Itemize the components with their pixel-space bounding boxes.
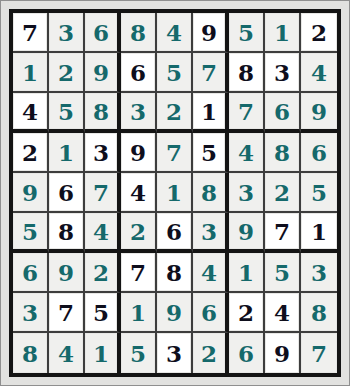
cell-r7c1[interactable]: 6 <box>13 253 49 293</box>
cell-r7c8[interactable]: 5 <box>265 253 301 293</box>
cell-r5c7[interactable]: 3 <box>229 173 265 213</box>
cell-r3c1[interactable]: 4 <box>13 93 49 133</box>
cell-r4c7[interactable]: 4 <box>229 133 265 173</box>
cell-r1c1[interactable]: 7 <box>13 13 49 53</box>
cell-r9c3[interactable]: 1 <box>85 333 121 373</box>
cell-r5c9[interactable]: 5 <box>301 173 337 213</box>
cell-r3c9[interactable]: 9 <box>301 93 337 133</box>
cell-r8c3[interactable]: 5 <box>85 293 121 333</box>
cell-r9c4[interactable]: 5 <box>121 333 157 373</box>
cell-r3c6[interactable]: 1 <box>193 93 229 133</box>
cell-r5c8[interactable]: 2 <box>265 173 301 213</box>
cell-r9c1[interactable]: 8 <box>13 333 49 373</box>
cell-r6c9[interactable]: 1 <box>301 213 337 253</box>
cell-r7c4[interactable]: 7 <box>121 253 157 293</box>
cell-r2c2[interactable]: 2 <box>49 53 85 93</box>
cell-r7c3[interactable]: 2 <box>85 253 121 293</box>
cell-r8c6[interactable]: 6 <box>193 293 229 333</box>
cell-r6c7[interactable]: 9 <box>229 213 265 253</box>
cell-r8c4[interactable]: 1 <box>121 293 157 333</box>
cell-r1c3[interactable]: 6 <box>85 13 121 53</box>
cell-r8c8[interactable]: 4 <box>265 293 301 333</box>
cell-r3c3[interactable]: 8 <box>85 93 121 133</box>
cell-r5c5[interactable]: 1 <box>157 173 193 213</box>
cell-r6c6[interactable]: 3 <box>193 213 229 253</box>
cell-r8c1[interactable]: 3 <box>13 293 49 333</box>
cell-r4c1[interactable]: 2 <box>13 133 49 173</box>
cell-r4c9[interactable]: 6 <box>301 133 337 173</box>
cell-r8c5[interactable]: 9 <box>157 293 193 333</box>
cell-r6c2[interactable]: 8 <box>49 213 85 253</box>
cell-r4c4[interactable]: 9 <box>121 133 157 173</box>
cell-r1c2[interactable]: 3 <box>49 13 85 53</box>
cell-r2c7[interactable]: 8 <box>229 53 265 93</box>
page-background: 7368495121296578344583217692139754869674… <box>0 0 350 386</box>
cell-r4c3[interactable]: 3 <box>85 133 121 173</box>
cell-r2c3[interactable]: 9 <box>85 53 121 93</box>
cell-r5c3[interactable]: 7 <box>85 173 121 213</box>
cell-r9c5[interactable]: 3 <box>157 333 193 373</box>
cell-r2c6[interactable]: 7 <box>193 53 229 93</box>
cell-r1c7[interactable]: 5 <box>229 13 265 53</box>
cell-r3c8[interactable]: 6 <box>265 93 301 133</box>
cell-r4c8[interactable]: 8 <box>265 133 301 173</box>
cell-r9c8[interactable]: 9 <box>265 333 301 373</box>
cell-r2c8[interactable]: 3 <box>265 53 301 93</box>
cell-r7c6[interactable]: 4 <box>193 253 229 293</box>
cell-r1c6[interactable]: 9 <box>193 13 229 53</box>
cell-r5c4[interactable]: 4 <box>121 173 157 213</box>
cell-r3c4[interactable]: 3 <box>121 93 157 133</box>
cell-r7c9[interactable]: 3 <box>301 253 337 293</box>
cell-r5c6[interactable]: 8 <box>193 173 229 213</box>
cell-r9c2[interactable]: 4 <box>49 333 85 373</box>
cell-r3c7[interactable]: 7 <box>229 93 265 133</box>
cell-r6c3[interactable]: 4 <box>85 213 121 253</box>
cell-r2c1[interactable]: 1 <box>13 53 49 93</box>
cell-r6c5[interactable]: 6 <box>157 213 193 253</box>
sudoku-board: 7368495121296578344583217692139754869674… <box>9 9 341 377</box>
cell-r4c2[interactable]: 1 <box>49 133 85 173</box>
cell-r7c7[interactable]: 1 <box>229 253 265 293</box>
cell-r2c9[interactable]: 4 <box>301 53 337 93</box>
cell-r3c2[interactable]: 5 <box>49 93 85 133</box>
cell-r1c4[interactable]: 8 <box>121 13 157 53</box>
cell-r3c5[interactable]: 2 <box>157 93 193 133</box>
cell-r8c7[interactable]: 2 <box>229 293 265 333</box>
cell-r2c4[interactable]: 6 <box>121 53 157 93</box>
cell-r2c5[interactable]: 5 <box>157 53 193 93</box>
cell-r6c1[interactable]: 5 <box>13 213 49 253</box>
cell-r1c5[interactable]: 4 <box>157 13 193 53</box>
cell-r7c2[interactable]: 9 <box>49 253 85 293</box>
cell-r4c5[interactable]: 7 <box>157 133 193 173</box>
cell-r7c5[interactable]: 8 <box>157 253 193 293</box>
cell-r6c4[interactable]: 2 <box>121 213 157 253</box>
cell-r8c2[interactable]: 7 <box>49 293 85 333</box>
cell-r8c9[interactable]: 8 <box>301 293 337 333</box>
cell-r9c6[interactable]: 2 <box>193 333 229 373</box>
cell-r1c8[interactable]: 1 <box>265 13 301 53</box>
cell-r1c9[interactable]: 2 <box>301 13 337 53</box>
cell-r5c2[interactable]: 6 <box>49 173 85 213</box>
cell-r4c6[interactable]: 5 <box>193 133 229 173</box>
cell-r9c7[interactable]: 6 <box>229 333 265 373</box>
cell-r9c9[interactable]: 7 <box>301 333 337 373</box>
cell-r5c1[interactable]: 9 <box>13 173 49 213</box>
cell-r6c8[interactable]: 7 <box>265 213 301 253</box>
